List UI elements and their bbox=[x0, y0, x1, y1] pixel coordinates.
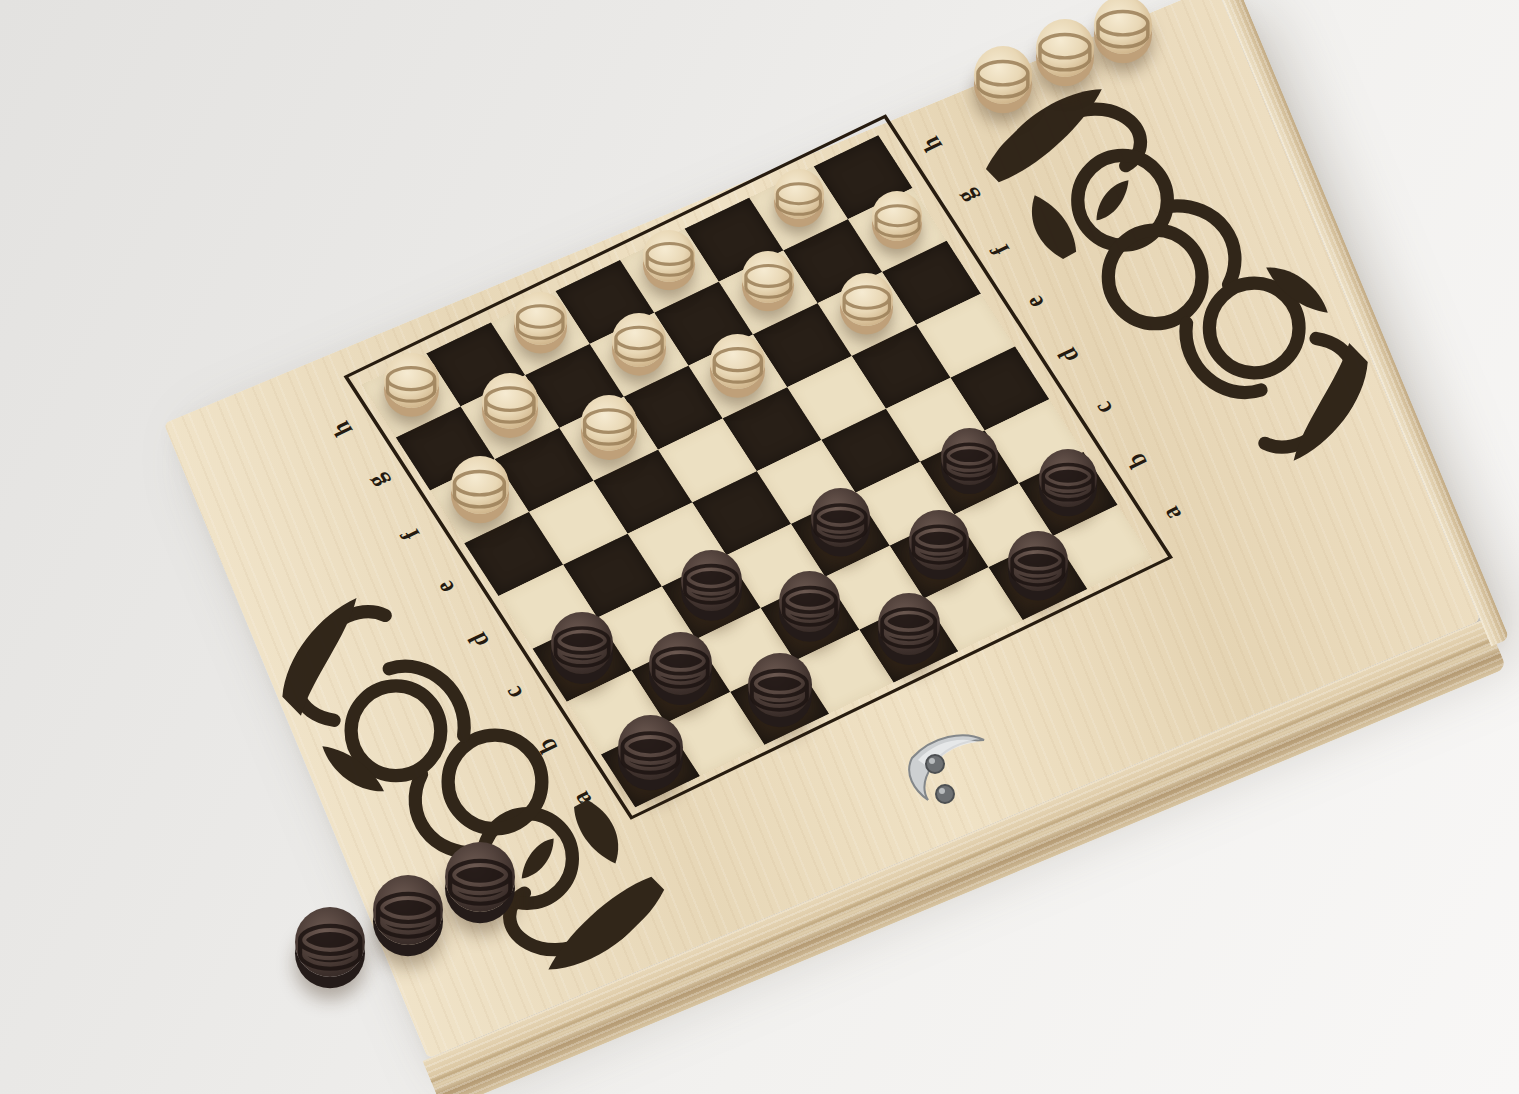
draughts-man-glyph: ⛂ bbox=[908, 503, 969, 576]
draughts-man-glyph: ⛀ bbox=[1035, 13, 1094, 84]
draughts-man-glyph: ⛂ bbox=[680, 543, 742, 617]
checker-piece-dark[interactable]: ⛂ bbox=[779, 571, 840, 632]
checker-piece-light[interactable]: ⛀ bbox=[742, 251, 794, 303]
draughts-man-glyph: ⛂ bbox=[372, 867, 444, 952]
latch-icon bbox=[898, 724, 1004, 816]
draughts-man-glyph: ⛀ bbox=[513, 286, 567, 351]
reserve-piece-light[interactable]: ⛀ bbox=[974, 46, 1032, 104]
checker-piece-dark[interactable]: ⛂ bbox=[649, 632, 712, 695]
checker-piece-dark[interactable]: ⛂ bbox=[681, 550, 742, 611]
checker-piece-light[interactable]: ⛀ bbox=[643, 230, 695, 282]
checker-piece-dark[interactable]: ⛂ bbox=[551, 612, 613, 674]
checker-piece-dark[interactable]: ⛂ bbox=[811, 488, 870, 547]
draughts-man-glyph: ⛀ bbox=[383, 347, 439, 414]
checker-piece-light[interactable]: ⛀ bbox=[710, 334, 765, 389]
photo-scene: hgfedcba hgfedcba ⛀⛀⛀⛀⛀⛀⛀⛀⛀⛀⛀⛀⛂⛂⛂⛂⛂⛂⛂⛂⛂⛂… bbox=[0, 0, 1519, 1094]
checker-piece-light[interactable]: ⛀ bbox=[451, 456, 509, 514]
draughts-man-glyph: ⛀ bbox=[450, 450, 509, 521]
draughts-man-glyph: ⛀ bbox=[773, 164, 824, 225]
draughts-man-glyph: ⛂ bbox=[1039, 443, 1098, 514]
draughts-man-glyph: ⛂ bbox=[779, 565, 841, 639]
draughts-man-glyph: ⛂ bbox=[877, 586, 940, 662]
draughts-man-glyph: ⛂ bbox=[747, 646, 812, 724]
draughts-man-glyph: ⛀ bbox=[840, 267, 894, 332]
checker-piece-light[interactable]: ⛀ bbox=[872, 191, 922, 241]
draughts-man-glyph: ⛂ bbox=[810, 482, 870, 554]
reserve-piece-dark[interactable]: ⛂ bbox=[295, 907, 365, 977]
checker-piece-dark[interactable]: ⛂ bbox=[941, 428, 998, 485]
checker-piece-light[interactable]: ⛀ bbox=[581, 395, 637, 451]
checker-piece-dark[interactable]: ⛂ bbox=[909, 510, 969, 570]
box-latch bbox=[898, 724, 1004, 816]
draughts-man-glyph: ⛀ bbox=[973, 40, 1032, 111]
checker-piece-light[interactable]: ⛀ bbox=[514, 292, 567, 345]
draughts-man-glyph: ⛂ bbox=[617, 708, 683, 787]
checker-piece-light[interactable]: ⛀ bbox=[774, 169, 824, 219]
draughts-man-glyph: ⛀ bbox=[1093, 0, 1152, 60]
draughts-man-glyph: ⛂ bbox=[294, 899, 366, 984]
checker-piece-light[interactable]: ⛀ bbox=[384, 353, 439, 408]
reserve-piece-dark[interactable]: ⛂ bbox=[445, 842, 515, 912]
reserve-piece-light[interactable]: ⛀ bbox=[1036, 19, 1094, 77]
draughts-man-glyph: ⛀ bbox=[643, 224, 696, 287]
checker-piece-dark[interactable]: ⛂ bbox=[878, 593, 940, 655]
checker-piece-dark[interactable]: ⛂ bbox=[1039, 449, 1097, 507]
draughts-man-glyph: ⛂ bbox=[940, 422, 998, 492]
checker-piece-dark[interactable]: ⛂ bbox=[1008, 531, 1068, 591]
draughts-man-glyph: ⛀ bbox=[481, 367, 538, 435]
draughts-man-glyph: ⛀ bbox=[580, 389, 637, 457]
draughts-man-glyph: ⛂ bbox=[550, 605, 613, 681]
checker-piece-dark[interactable]: ⛂ bbox=[618, 715, 683, 780]
draughts-man-glyph: ⛀ bbox=[742, 246, 795, 309]
draughts-man-glyph: ⛂ bbox=[1007, 525, 1068, 598]
draughts-man-glyph: ⛂ bbox=[444, 834, 516, 919]
checker-piece-light[interactable]: ⛀ bbox=[482, 373, 538, 429]
draughts-man-glyph: ⛀ bbox=[872, 186, 923, 247]
draughts-man-glyph: ⛀ bbox=[710, 328, 766, 395]
draughts-man-glyph: ⛂ bbox=[649, 625, 713, 702]
checker-piece-light[interactable]: ⛀ bbox=[840, 273, 893, 326]
draughts-man-glyph: ⛀ bbox=[611, 307, 666, 373]
reserve-piece-dark[interactable]: ⛂ bbox=[373, 875, 443, 945]
checker-piece-dark[interactable]: ⛂ bbox=[748, 653, 812, 717]
reserve-piece-light[interactable]: ⛀ bbox=[1094, 0, 1152, 54]
checker-piece-light[interactable]: ⛀ bbox=[612, 313, 666, 367]
